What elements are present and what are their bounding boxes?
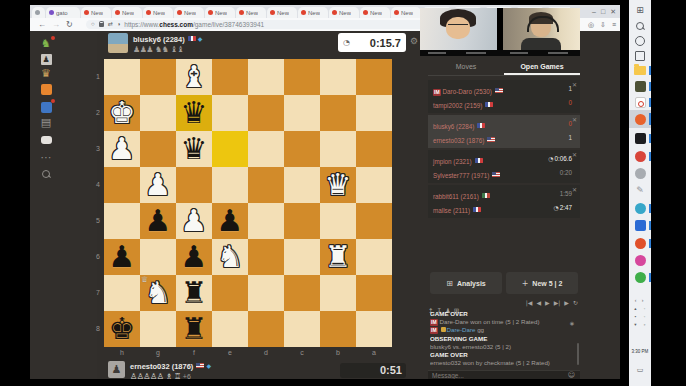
piece-white-knight[interactable]: ♞ [212,239,248,275]
square-d6[interactable] [248,239,284,275]
grey-swoosh-icon[interactable] [629,166,651,181]
close-button[interactable]: ✕ [610,5,616,18]
flag-icon [188,36,196,41]
chat-author[interactable]: Dare-Dare [447,326,478,333]
square-g5[interactable]: ♟ [140,203,176,239]
url-text: https://www.chess.com/game/live/38746393… [124,21,264,28]
square-a6[interactable] [356,239,392,275]
tab-label: New [122,10,134,16]
piece-black-king[interactable]: ♚ [104,311,140,347]
glasses [448,24,468,29]
cortana-icon [635,36,645,46]
square-c4[interactable] [284,167,320,203]
plus-icon: + [522,279,529,288]
tray-icon[interactable]: ▴ [631,306,640,311]
piece-white-king[interactable]: ♚ [104,95,140,131]
game-score: ◔2:47 [553,202,572,214]
trophy-icon: ♛ [41,67,51,81]
webcam-caption-strip [420,50,580,56]
square-g2[interactable] [140,95,176,131]
reload-icon[interactable]: ↻ [66,18,73,31]
open-game-item[interactable]: rabbit611 (2161)1:59mallse (2111)◔2:47✕ [428,185,580,218]
tab-favicon-icon [146,10,151,15]
square-h5[interactable] [104,203,140,239]
square-a5[interactable] [356,203,392,239]
captured-pieces-bottom: ♙♙♙♙♙ ♗ ♖+6 [130,372,191,379]
square-g6[interactable] [140,239,176,275]
game-score: 1 [568,132,572,144]
briefcase-app-icon[interactable] [629,79,651,94]
extension-icon[interactable]: ○ [91,20,95,29]
chat-bubble-icon [41,136,52,144]
analysis-board-icon: ⊞ [446,279,453,288]
tray-icon[interactable]: ▪ [631,314,640,319]
square-f4[interactable] [176,167,212,203]
menu-icon[interactable]: ≡ [612,21,616,28]
tab-label: New [339,10,351,16]
game-player-row: rabbit611 (2161) [433,188,490,200]
square-g1[interactable] [140,59,176,95]
square-b7[interactable] [320,275,356,311]
headphones [527,16,559,32]
square-a4[interactable] [356,167,392,203]
browser-tab[interactable]: New [143,7,173,18]
square-f6[interactable]: ♟ [176,239,212,275]
square-d2[interactable] [248,95,284,131]
chat-scrollbar[interactable] [577,343,579,365]
visual-studio-icon [635,220,646,231]
video-thumbnail-icon[interactable] [629,131,651,146]
active-app-icon[interactable] [629,110,651,128]
browser-tab[interactable]: New [112,7,142,18]
browser-tab[interactable]: New [81,7,111,18]
close-game-icon[interactable]: ✕ [572,81,577,89]
top-player-name[interactable]: blusky6 (2284)◆ [133,35,202,44]
red-app-icon[interactable] [629,149,651,164]
rank-label: 5 [86,203,100,239]
rank-label: 8 [86,311,100,347]
square-a7[interactable] [356,275,392,311]
analysis-button[interactable]: ⊞ Analysis [430,272,502,294]
file-label: a [356,348,392,358]
chat-text: IMDare-Dare won on time (5 | 2 Rated)◉ [430,318,576,326]
grey-swoosh-icon [635,168,646,179]
rank-label: 2 [86,95,100,131]
puzzle-piece-icon[interactable] [38,82,54,96]
flag-icon [495,88,503,93]
tab-favicon-icon [363,10,368,15]
square-g4[interactable]: ♟ [140,167,176,203]
video-thumbnail-icon [635,133,646,144]
file-explorer-icon[interactable] [629,63,651,78]
cube-icon[interactable] [38,100,54,114]
new-game-button[interactable]: + New 5 | 2 [506,272,578,294]
avatar[interactable]: ♟ [108,361,125,378]
tab-favicon-icon [301,10,306,15]
piece-white-bishop[interactable]: ♝ [176,59,212,95]
piece-black-rook[interactable]: ♜ [176,311,212,347]
square-e1[interactable] [212,59,248,95]
rank-label: 1 [86,59,100,95]
player-name: ernesto032 (1876) [433,137,484,144]
square-d1[interactable] [248,59,284,95]
piece-black-queen[interactable]: ♛ [176,95,212,131]
file-label: h [104,348,140,358]
green-app-icon[interactable] [629,270,651,285]
tab-label: New [215,10,227,16]
player-name: Daro-Daro (2530) [443,88,492,95]
piece-white-pawn[interactable]: ♟ [104,131,140,167]
piece-black-pawn[interactable]: ♟ [176,239,212,275]
browser-tab[interactable]: New [236,7,266,18]
file-label: d [248,348,284,358]
flip-board-button[interactable]: ↻ [573,299,578,306]
browser-tab[interactable]: New [267,7,297,18]
player-name: Sylvester777 (1971) [433,172,489,179]
briefcase-app-icon [635,81,646,92]
material-score: +6 [183,373,191,379]
game-score: 1:59 [560,188,572,200]
rank-label: 7 [86,275,100,311]
file-label: b [320,348,356,358]
edge-browser-icon [635,203,646,214]
browser-tab[interactable]: New [391,7,421,18]
square-f1[interactable]: ♝ [176,59,212,95]
cortana-icon[interactable] [629,33,651,48]
lock-icon [99,23,104,27]
green-app-icon [635,272,646,283]
square-d3[interactable] [248,131,284,167]
square-f2[interactable]: ♛ [176,95,212,131]
square-h4[interactable] [104,167,140,203]
diamond-icon: ◆ [198,35,203,42]
player-name: jmpion (2321) [433,158,472,165]
square-h1[interactable] [104,59,140,95]
player-name: tampi2002 (2159) [433,102,482,109]
diamond-icon: ◆ [206,362,211,369]
active-tab-underline [504,73,580,75]
square-b2[interactable] [320,95,356,131]
square-b5[interactable] [320,203,356,239]
news-icon[interactable]: ▤ [38,116,54,130]
flag-icon [473,207,481,212]
tray-expand-chevrons[interactable]: ‹ › [629,297,651,303]
white-clock: ◔ 0:15.7 [338,33,406,52]
tab-label: New [153,10,165,16]
chat-header: OBSERVING GAME [430,335,576,343]
game-score: 0:20 [560,167,572,179]
square-d7[interactable] [248,275,284,311]
game-score: 0 [568,97,572,109]
square-b6[interactable]: ♜ [320,239,356,275]
file-explorer-icon [634,66,646,75]
piece-white-queen[interactable]: ♛ [320,167,356,203]
game-player-row: tampi2002 (2159) [433,97,493,109]
square-f3[interactable]: ♛ [176,131,212,167]
rank-label: 4 [86,167,100,203]
first-move-button[interactable]: |◀ [526,299,533,306]
browser-tab[interactable]: gato [46,7,80,18]
square-e8[interactable] [212,311,248,347]
game-player-row: blusky6 (2284) [433,118,485,130]
camera-app-icon [635,97,646,108]
square-a1[interactable] [356,59,392,95]
play-knight-icon: ♞ [41,37,51,51]
title-badge: IM [433,89,441,96]
square-c3[interactable] [284,131,320,167]
chat-text: ernesto032 won by checkmate (5 | 2 Rated… [430,359,576,367]
file-label: f [176,348,212,358]
title-badge: IM [430,319,438,326]
avatar[interactable] [108,33,128,53]
last-move-button[interactable]: ▶| [554,299,561,306]
flag-icon [492,172,500,177]
trophy-icon[interactable]: ♛ [38,67,54,81]
square-c7[interactable] [284,275,320,311]
game-player-row: Sylvester777 (1971) [433,167,500,179]
chat-log: GAME OVERIMDare-Dare won on time (5 | 2 … [430,310,576,370]
pink-app-icon[interactable] [629,253,651,268]
browser-tab[interactable]: New [174,7,204,18]
piece-white-pawn[interactable]: ♟ [140,167,176,203]
square-f8[interactable]: ♜ [176,311,212,347]
game-score: ◔0:06.6 [548,153,572,165]
square-h8[interactable]: ♚ [104,311,140,347]
piece-black-pawn[interactable]: ♟ [104,239,140,275]
player-name: blusky6 (2284) [433,123,474,130]
tab-favicon-icon [49,10,54,15]
flag-icon [485,102,493,107]
square-d4[interactable] [248,167,284,203]
square-d5[interactable] [248,203,284,239]
square-c1[interactable] [284,59,320,95]
game-player-row: ernesto032 (1876) [433,132,495,144]
browser-tab[interactable]: New [329,7,359,18]
piece-black-rook[interactable]: ♜ [176,275,212,311]
tab-favicon-icon [115,10,120,15]
start-button[interactable]: ⊞ [629,3,651,18]
pawn-tile-icon[interactable]: ♟ [38,52,54,66]
chat-bubble-icon[interactable] [38,133,54,147]
minimize-button[interactable]: – [592,5,596,18]
square-h2[interactable]: ♚ [104,95,140,131]
tab-label: gato [56,10,68,16]
square-f5[interactable]: ♟ [176,203,212,239]
close-game-icon[interactable]: ✕ [572,186,577,194]
tab-favicon-icon [394,10,399,15]
more-ellipsis-icon: ⋯ [41,151,52,165]
square-b3[interactable] [320,131,356,167]
screen: gatoNewNewNewNewNewNewNewNewNewNewNewNew… [0,0,686,386]
rank-label: 6 [86,239,100,275]
page-content: ♞♟♛▤⋯ blusky6 (2284)◆ ♟♟♟ ♞♞ ♝♝ ◔ 0:15.7… [30,31,620,379]
square-f7[interactable]: ♜ [176,275,212,311]
browser-tab[interactable]: New [205,7,235,18]
toolbar-actions: ◎ ⇩ ≡ [588,18,616,31]
sidebar-tabs: Moves Open Games [428,58,580,76]
clock-icon: ◔ [548,155,553,162]
orange-app-icon[interactable] [629,236,651,251]
message-box: ☺ [428,370,580,379]
flag-icon [196,363,204,368]
title-badge: IM [430,327,438,334]
flag-icon [482,193,490,198]
piece-black-pawn[interactable]: ♟ [212,203,248,239]
square-c5[interactable] [284,203,320,239]
square-e2[interactable] [212,95,248,131]
webcam-panel [420,8,580,56]
tab-favicon-icon [208,10,213,15]
square-e5[interactable]: ♟ [212,203,248,239]
tab-label: New [246,10,258,16]
square-h6[interactable]: ♟ [104,239,140,275]
search-icon[interactable] [629,18,651,33]
message-input[interactable] [432,371,552,379]
tray-icon[interactable]: ◦ [640,306,649,311]
downloads-icon[interactable]: ⇩ [600,21,606,29]
square-a2[interactable] [356,95,392,131]
play-knight-icon[interactable]: ♞ [38,37,54,51]
prev-move-button[interactable]: ◀ [536,299,541,306]
piece-white-pawn[interactable]: ♟ [176,203,212,239]
open-game-item[interactable]: jmpion (2321)◔0:06.6Sylvester777 (1971)0… [428,150,580,183]
open-game-item[interactable]: IMDaro-Daro (2530)1tampi2002 (2159)0✕ [428,80,580,113]
game-player-row: mallse (2111) [433,202,481,214]
close-game-icon[interactable]: ✕ [572,116,577,124]
search-icon [42,170,50,178]
flag-icon [475,158,483,163]
square-a8[interactable] [356,311,392,347]
edge-browser-icon[interactable] [629,201,651,216]
square-h7[interactable] [104,275,140,311]
flag-icon [487,137,495,142]
trophy-icon [441,327,446,332]
piece-black-pawn[interactable]: ♟ [140,203,176,239]
swap-icon[interactable]: ⇄ [108,20,113,29]
square-e7[interactable] [212,275,248,311]
square-b4[interactable]: ♛ [320,167,356,203]
black-clock: 0:51 [340,363,406,378]
captured-pieces-top: ♟♟♟ ♞♞ ♝♝ [133,45,184,54]
player-name: mallse (2111) [433,207,470,214]
pen-app-icon[interactable]: ✎ [629,183,651,198]
file-label: g [140,348,176,358]
square-h3[interactable]: ♟ [104,131,140,167]
chat-message: IMDare-Dare gg [430,326,576,334]
tab-label: New [401,10,413,16]
square-c8[interactable] [284,311,320,347]
browser-tab[interactable]: New [298,7,328,18]
square-e3[interactable] [212,131,248,167]
player-name: rabbit611 (2161) [433,193,479,200]
square-c6[interactable] [284,239,320,275]
autoplay-button[interactable]: ▶ [564,299,569,306]
notification-center-icon[interactable]: ▭ [629,366,651,374]
tab-favicon-icon [177,10,182,15]
orange-app-icon [635,238,646,249]
task-view-icon [635,51,645,61]
piece-white-rook[interactable]: ♜ [320,239,356,275]
tab-favicon-icon [35,10,40,15]
browser-window: gatoNewNewNewNewNewNewNewNewNewNewNewNew… [30,5,620,379]
back-icon[interactable]: ← [38,18,46,31]
visual-studio-icon[interactable] [629,218,651,233]
tab-moves[interactable]: Moves [428,58,504,75]
chess-board: ♝♚♛♟♛♟♛♟♟♟♟♟♞♜♞♕♜♚♜ [104,59,392,347]
shield-icon[interactable]: ◑ [117,20,121,29]
cube-icon [41,102,52,113]
tab-favicon-icon [332,10,337,15]
tray-icon[interactable]: ◦ [640,314,649,319]
chat-header: GAME OVER [430,351,576,359]
puzzle-piece-icon [41,84,52,95]
pen-app-icon: ✎ [636,183,644,198]
active-app-icon [635,114,646,125]
pawn-tile-icon: ♟ [41,54,52,65]
forward-icon[interactable]: → [52,18,60,31]
square-c2[interactable] [284,95,320,131]
pink-app-icon [635,255,646,266]
square-a3[interactable] [356,131,392,167]
white-clock-value: 0:15.7 [370,37,401,49]
tab-label: New [370,10,382,16]
tray-icon[interactable]: ▾ [631,322,640,327]
favorites-icon[interactable]: ◎ [588,21,594,29]
file-label: e [212,348,248,358]
tab-label: New [277,10,289,16]
square-d8[interactable] [248,311,284,347]
bottom-player-name[interactable]: ernesto032 (1876)◆ [130,362,211,371]
tab-label: New [184,10,196,16]
webcam-right [503,8,580,50]
square-e6[interactable]: ♞ [212,239,248,275]
search-icon[interactable] [38,167,54,181]
square-b8[interactable] [320,311,356,347]
notification-badge [51,99,55,103]
square-g3[interactable] [140,131,176,167]
file-label: c [284,348,320,358]
next-move-button[interactable]: ▶ [545,299,550,306]
notification-badge [51,36,55,40]
rank-label: 3 [86,131,100,167]
browser-tab[interactable]: New [360,7,390,18]
board-settings-gear-icon[interactable]: ⚙ [410,36,418,46]
square-b1[interactable] [320,59,356,95]
game-player-row: jmpion (2321) [433,153,483,165]
chat-text: blusky6 vs. ernesto032 (5 | 2) [430,343,576,351]
maximize-button[interactable]: □ [601,5,605,18]
square-g8[interactable] [140,311,176,347]
emoji-icon[interactable]: ☺ [568,371,575,379]
flag-icon [477,123,485,128]
search-icon [636,22,644,30]
more-ellipsis-icon[interactable]: ⋯ [38,151,54,165]
square-e4[interactable] [212,167,248,203]
start-button: ⊞ [636,3,644,18]
close-game-icon[interactable]: ✕ [572,151,577,159]
tab-label: New [308,10,320,16]
taskbar-clock[interactable]: 3:30 PM [629,349,651,354]
browser-tab[interactable] [32,7,45,18]
tray-icon[interactable]: ▫ [640,322,649,327]
piece-black-queen[interactable]: ♛ [176,131,212,167]
open-game-item[interactable]: blusky6 (2284)0ernesto032 (1876)1✕ [428,115,580,148]
camera-app-icon[interactable] [629,95,651,110]
task-view-icon[interactable] [629,48,651,63]
clock-icon: ◔ [553,204,558,211]
square-g7[interactable]: ♞♕ [140,275,176,311]
red-app-icon [635,151,646,162]
